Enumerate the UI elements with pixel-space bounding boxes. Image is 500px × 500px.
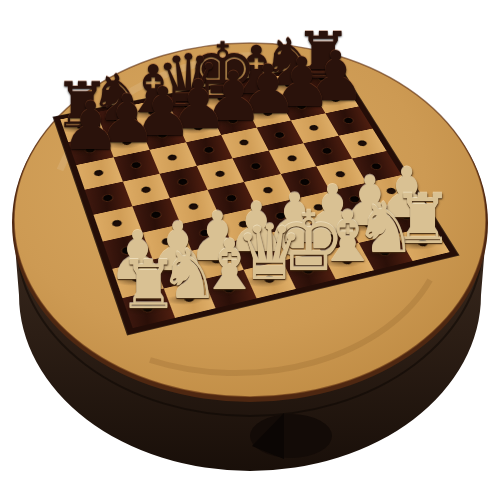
peg-hole [167, 154, 178, 161]
peg-hole [214, 170, 225, 178]
peg-hole [274, 132, 285, 139]
peg-hole [177, 178, 188, 186]
peg-hole [286, 155, 298, 162]
travel-chess-set-photo: ♜♞♝♛♚♝♞♜♟♟♟♟♟♟♟♟♟♟♟♟♟♟♟♟♜♞♝♛♚♝♞♜ [0, 0, 500, 500]
peg-hole [131, 162, 142, 170]
peg-hole [102, 194, 113, 202]
peg-hole [250, 162, 262, 170]
peg-hole [94, 169, 105, 177]
peg-hole [140, 186, 151, 194]
peg-hole [309, 124, 320, 131]
peg-hole [322, 147, 334, 154]
peg-hole [239, 139, 250, 146]
piece-black-pawn-a7[interactable]: ♟ [61, 94, 121, 161]
peg-hole [203, 146, 214, 153]
peg-hole [356, 140, 368, 147]
piece-white-rook-a1[interactable]: ♜ [118, 252, 178, 319]
peg-hole [343, 117, 354, 124]
